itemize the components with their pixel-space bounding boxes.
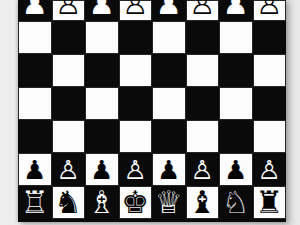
square-f7[interactable]: ♟ bbox=[85, 153, 119, 186]
square-g4[interactable] bbox=[52, 54, 86, 87]
square-c7[interactable]: ♙ bbox=[186, 153, 220, 186]
square-c2[interactable]: ♙ bbox=[186, 0, 220, 21]
square-a5[interactable] bbox=[253, 87, 287, 120]
square-h7[interactable]: ♟ bbox=[18, 153, 52, 186]
square-g2[interactable]: ♙ bbox=[52, 0, 86, 21]
square-b8[interactable]: ♘ bbox=[219, 186, 253, 219]
square-c3[interactable] bbox=[186, 21, 220, 54]
black-knight: ♘ bbox=[222, 187, 250, 218]
chess-board-poster: ♟♙♟♙♟♙♟♙♟♙♟♙♟♙♟♙♖♞♗♚♕♝♘♜ bbox=[18, 0, 286, 222]
square-b7[interactable]: ♟ bbox=[219, 153, 253, 186]
square-d4[interactable] bbox=[152, 54, 186, 87]
white-pawn: ♙ bbox=[55, 0, 81, 19]
square-b3[interactable] bbox=[219, 21, 253, 54]
square-d8[interactable]: ♕ bbox=[152, 186, 186, 219]
square-a6[interactable] bbox=[253, 120, 287, 153]
square-h6[interactable] bbox=[18, 120, 52, 153]
square-d6[interactable] bbox=[152, 120, 186, 153]
black-bishop: ♗ bbox=[88, 187, 116, 218]
square-e7[interactable]: ♙ bbox=[119, 153, 153, 186]
square-c4[interactable] bbox=[186, 54, 220, 87]
square-g6[interactable] bbox=[52, 120, 86, 153]
square-e5[interactable] bbox=[119, 87, 153, 120]
black-bishop: ♝ bbox=[188, 187, 216, 218]
product-photo-background: ♟♙♟♙♟♙♟♙♟♙♟♙♟♙♟♙♖♞♗♚♕♝♘♜ bbox=[0, 0, 300, 225]
square-b5[interactable] bbox=[219, 87, 253, 120]
black-rook: ♜ bbox=[255, 187, 283, 218]
black-pawn: ♙ bbox=[57, 157, 80, 183]
square-e2[interactable]: ♙ bbox=[119, 0, 153, 21]
white-pawn: ♟ bbox=[156, 0, 182, 19]
square-e3[interactable] bbox=[119, 21, 153, 54]
black-pawn: ♟ bbox=[90, 157, 113, 183]
square-g3[interactable] bbox=[52, 21, 86, 54]
square-h5[interactable] bbox=[18, 87, 52, 120]
square-d5[interactable] bbox=[152, 87, 186, 120]
black-rook: ♖ bbox=[21, 187, 49, 218]
square-g7[interactable]: ♙ bbox=[52, 153, 86, 186]
white-pawn: ♙ bbox=[256, 0, 282, 19]
white-pawn: ♙ bbox=[122, 0, 148, 19]
square-d3[interactable] bbox=[152, 21, 186, 54]
black-pawn: ♙ bbox=[124, 157, 147, 183]
square-c5[interactable] bbox=[186, 87, 220, 120]
black-pawn: ♟ bbox=[23, 157, 46, 183]
square-a4[interactable] bbox=[253, 54, 287, 87]
black-pawn: ♟ bbox=[224, 157, 247, 183]
square-h2[interactable]: ♟ bbox=[18, 0, 52, 21]
square-e6[interactable] bbox=[119, 120, 153, 153]
square-g5[interactable] bbox=[52, 87, 86, 120]
chess-board: ♟♙♟♙♟♙♟♙♟♙♟♙♟♙♟♙♖♞♗♚♕♝♘♜ bbox=[18, 0, 286, 219]
white-pawn: ♟ bbox=[223, 0, 249, 19]
black-knight: ♞ bbox=[54, 187, 82, 218]
square-h8[interactable]: ♖ bbox=[18, 186, 52, 219]
square-c8[interactable]: ♝ bbox=[186, 186, 220, 219]
square-a2[interactable]: ♙ bbox=[253, 0, 287, 21]
black-king: ♚ bbox=[121, 187, 149, 218]
square-f4[interactable] bbox=[85, 54, 119, 87]
square-g8[interactable]: ♞ bbox=[52, 186, 86, 219]
square-a3[interactable] bbox=[253, 21, 287, 54]
square-h3[interactable] bbox=[18, 21, 52, 54]
square-b2[interactable]: ♟ bbox=[219, 0, 253, 21]
square-f6[interactable] bbox=[85, 120, 119, 153]
square-a8[interactable]: ♜ bbox=[253, 186, 287, 219]
square-b4[interactable] bbox=[219, 54, 253, 87]
square-f8[interactable]: ♗ bbox=[85, 186, 119, 219]
white-pawn: ♟ bbox=[22, 0, 48, 19]
square-h4[interactable] bbox=[18, 54, 52, 87]
square-a7[interactable]: ♙ bbox=[253, 153, 287, 186]
black-pawn: ♟ bbox=[157, 157, 180, 183]
square-b6[interactable] bbox=[219, 120, 253, 153]
black-pawn: ♙ bbox=[191, 157, 214, 183]
white-pawn: ♙ bbox=[189, 0, 215, 19]
square-e4[interactable] bbox=[119, 54, 153, 87]
square-d7[interactable]: ♟ bbox=[152, 153, 186, 186]
white-pawn: ♟ bbox=[89, 0, 115, 19]
black-pawn: ♙ bbox=[258, 157, 281, 183]
square-f2[interactable]: ♟ bbox=[85, 0, 119, 21]
square-e8[interactable]: ♚ bbox=[119, 186, 153, 219]
square-f3[interactable] bbox=[85, 21, 119, 54]
black-queen: ♕ bbox=[155, 187, 183, 218]
square-d2[interactable]: ♟ bbox=[152, 0, 186, 21]
square-c6[interactable] bbox=[186, 120, 220, 153]
square-f5[interactable] bbox=[85, 87, 119, 120]
